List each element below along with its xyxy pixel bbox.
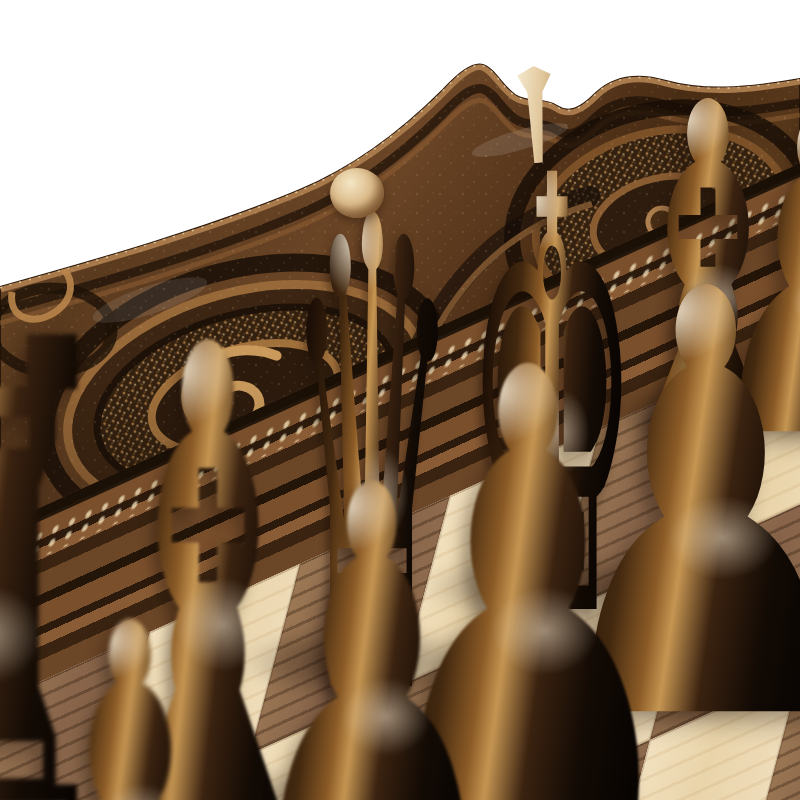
chess-set-photograph: ♜♝♟♛♟♚♟♝♟♟ — [0, 0, 800, 800]
pawn-glyph: ♟ — [12, 566, 249, 800]
pawn-glyph: ♟ — [233, 417, 511, 800]
pieces-layer: ♜♝♟♛♟♚♟♝♟♟ — [0, 0, 800, 800]
